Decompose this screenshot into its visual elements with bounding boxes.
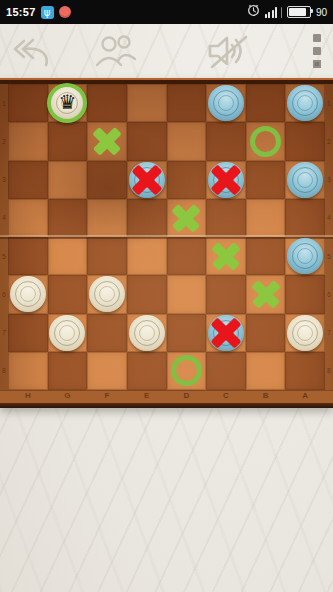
rank-label-5: 5 (0, 253, 8, 260)
rank-label-1: 1 (325, 100, 333, 107)
square-A6[interactable] (285, 275, 325, 313)
square-G3[interactable] (48, 161, 88, 199)
square-A2[interactable] (285, 122, 325, 160)
alarm-clock-icon (247, 3, 260, 21)
rank-label-2: 2 (325, 138, 333, 145)
square-D1[interactable] (167, 84, 207, 122)
square-C5[interactable] (206, 237, 246, 275)
board-bottom-edge (0, 403, 333, 408)
rank-label-7: 7 (325, 329, 333, 336)
square-B6[interactable] (246, 275, 286, 313)
usb-icon: ψ (41, 6, 54, 19)
square-H3[interactable] (8, 161, 48, 199)
square-D4[interactable] (167, 199, 207, 237)
battery-icon (287, 6, 311, 18)
square-G1[interactable]: ♛ (48, 84, 88, 122)
square-C4[interactable] (206, 199, 246, 237)
rank-label-4: 4 (0, 214, 8, 221)
green-x-path-marker[interactable] (244, 272, 288, 316)
square-H5[interactable] (8, 237, 48, 275)
rank-label-3: 3 (0, 176, 8, 183)
square-B2[interactable] (246, 122, 286, 160)
green-circle-landing-marker[interactable] (171, 355, 202, 386)
square-F7[interactable] (87, 314, 127, 352)
square-B1[interactable] (246, 84, 286, 122)
white-man[interactable] (49, 315, 85, 351)
square-C7[interactable] (206, 314, 246, 352)
white-man[interactable] (287, 315, 323, 351)
white-man[interactable] (89, 276, 125, 312)
file-label-B: B (256, 391, 276, 400)
checkers-board: ♛ 1122334455667788 HGFEDCBA (0, 78, 333, 408)
battery-percent: 90 (316, 7, 327, 18)
square-H1[interactable] (8, 84, 48, 122)
rank-label-3: 3 (325, 176, 333, 183)
red-x-capture-icon (123, 156, 171, 204)
square-C8[interactable] (206, 352, 246, 390)
square-E7[interactable] (127, 314, 167, 352)
selected-white-king[interactable]: ♛ (47, 83, 87, 123)
white-man[interactable] (129, 315, 165, 351)
square-G8[interactable] (48, 352, 88, 390)
square-D6[interactable] (167, 275, 207, 313)
rank-label-5: 5 (325, 253, 333, 260)
square-G4[interactable] (48, 199, 88, 237)
file-label-G: G (57, 391, 77, 400)
white-king[interactable]: ♛ (51, 87, 83, 119)
square-A8[interactable] (285, 352, 325, 390)
square-F1[interactable] (87, 84, 127, 122)
square-D7[interactable] (167, 314, 207, 352)
square-E4[interactable] (127, 199, 167, 237)
square-A3[interactable] (285, 161, 325, 199)
menu-icon[interactable] (313, 34, 321, 68)
square-B4[interactable] (246, 199, 286, 237)
square-E1[interactable] (127, 84, 167, 122)
file-label-F: F (97, 391, 117, 400)
file-label-D: D (176, 391, 196, 400)
red-x-capture-icon (202, 156, 250, 204)
square-F6[interactable] (87, 275, 127, 313)
blue-man[interactable] (208, 85, 244, 121)
square-C3[interactable] (206, 161, 246, 199)
players-icon[interactable] (93, 33, 139, 69)
file-label-C: C (216, 391, 236, 400)
rank-label-1: 1 (0, 100, 8, 107)
square-F2[interactable] (87, 122, 127, 160)
toolbar (0, 24, 333, 78)
square-E3[interactable] (127, 161, 167, 199)
square-B8[interactable] (246, 352, 286, 390)
square-B5[interactable] (246, 237, 286, 275)
undo-icon[interactable] (10, 33, 52, 69)
square-H8[interactable] (8, 352, 48, 390)
square-A4[interactable] (285, 199, 325, 237)
rank-label-8: 8 (0, 367, 8, 374)
rank-label-2: 2 (0, 138, 8, 145)
rank-label-6: 6 (0, 291, 8, 298)
square-E8[interactable] (127, 352, 167, 390)
square-H2[interactable] (8, 122, 48, 160)
file-label-E: E (137, 391, 157, 400)
board-frame: ♛ 1122334455667788 (0, 84, 333, 390)
square-E5[interactable] (127, 237, 167, 275)
rank-label-7: 7 (0, 329, 8, 336)
square-A7[interactable] (285, 314, 325, 352)
square-H4[interactable] (8, 199, 48, 237)
blue-man[interactable] (287, 162, 323, 198)
square-A1[interactable] (285, 84, 325, 122)
clock-time: 15:57 (6, 6, 36, 18)
square-F3[interactable] (87, 161, 127, 199)
square-C6[interactable] (206, 275, 246, 313)
square-C2[interactable] (206, 122, 246, 160)
status-bar: 15:57 ψ 90 (0, 0, 333, 24)
square-D3[interactable] (167, 161, 207, 199)
rank-label-6: 6 (325, 291, 333, 298)
green-x-path-marker[interactable] (204, 234, 248, 278)
square-D8[interactable] (167, 352, 207, 390)
square-D5[interactable] (167, 237, 207, 275)
file-label-H: H (18, 391, 38, 400)
square-G6[interactable] (48, 275, 88, 313)
notification-dot-icon (59, 6, 71, 18)
board-grid: ♛ (8, 84, 325, 390)
square-F5[interactable] (87, 237, 127, 275)
square-B7[interactable] (246, 314, 286, 352)
blue-man[interactable] (287, 85, 323, 121)
green-circle-landing-marker[interactable] (250, 126, 281, 157)
square-A5[interactable] (285, 237, 325, 275)
king-crown-icon: ♛ (51, 87, 83, 119)
file-label-A: A (295, 391, 315, 400)
green-x-path-marker[interactable] (164, 196, 208, 240)
green-x-path-marker[interactable] (85, 119, 129, 163)
square-H6[interactable] (8, 275, 48, 313)
square-G5[interactable] (48, 237, 88, 275)
file-labels: HGFEDCBA (0, 390, 333, 403)
square-F4[interactable] (87, 199, 127, 237)
square-G7[interactable] (48, 314, 88, 352)
square-H7[interactable] (8, 314, 48, 352)
square-E6[interactable] (127, 275, 167, 313)
signal-bars-icon (265, 7, 282, 18)
background-floor (0, 408, 333, 592)
square-G2[interactable] (48, 122, 88, 160)
blue-man[interactable] (287, 238, 323, 274)
square-B3[interactable] (246, 161, 286, 199)
rank-label-4: 4 (325, 214, 333, 221)
square-D2[interactable] (167, 122, 207, 160)
red-x-capture-icon (202, 309, 250, 357)
square-F8[interactable] (87, 352, 127, 390)
rank-label-8: 8 (325, 367, 333, 374)
white-man[interactable] (10, 276, 46, 312)
square-C1[interactable] (206, 84, 246, 122)
sound-muted-icon[interactable] (205, 31, 249, 71)
